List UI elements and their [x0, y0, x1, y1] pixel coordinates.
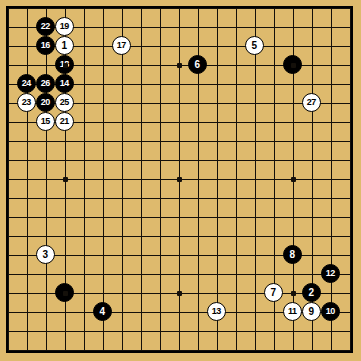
- intersection-T4[interactable]: [341, 284, 360, 303]
- intersection-O2[interactable]: [246, 322, 265, 341]
- intersection-T15[interactable]: [341, 75, 360, 94]
- intersection-D7[interactable]: [56, 227, 75, 246]
- intersection-H2[interactable]: [132, 322, 151, 341]
- intersection-N17[interactable]: [227, 37, 246, 56]
- intersection-L4[interactable]: [189, 284, 208, 303]
- stone-white-15[interactable]: 15: [36, 112, 55, 131]
- intersection-J1[interactable]: [151, 341, 170, 360]
- stone-white-13[interactable]: 13: [207, 302, 226, 321]
- intersection-C16[interactable]: [37, 56, 56, 75]
- intersection-O12[interactable]: [246, 132, 265, 151]
- intersection-S14[interactable]: [322, 94, 341, 113]
- intersection-G5[interactable]: [113, 265, 132, 284]
- intersection-R18[interactable]: [303, 18, 322, 37]
- stone-white-19[interactable]: 19: [55, 17, 74, 36]
- stone-black-16[interactable]: 16: [36, 36, 55, 55]
- intersection-B10[interactable]: [18, 170, 37, 189]
- intersection-F15[interactable]: [94, 75, 113, 94]
- intersection-D5[interactable]: [56, 265, 75, 284]
- intersection-R15[interactable]: [303, 75, 322, 94]
- intersection-M1[interactable]: [208, 341, 227, 360]
- intersection-T10[interactable]: [341, 170, 360, 189]
- intersection-A2[interactable]: [0, 322, 18, 341]
- intersection-T9[interactable]: [341, 189, 360, 208]
- intersection-B5[interactable]: [18, 265, 37, 284]
- intersection-F12[interactable]: [94, 132, 113, 151]
- intersection-B1[interactable]: [18, 341, 37, 360]
- intersection-L16[interactable]: 6: [189, 56, 208, 75]
- intersection-Q5[interactable]: [284, 265, 303, 284]
- intersection-Q19[interactable]: [284, 0, 303, 18]
- intersection-L5[interactable]: [189, 265, 208, 284]
- intersection-B16[interactable]: [18, 56, 37, 75]
- intersection-S10[interactable]: [322, 170, 341, 189]
- intersection-R16[interactable]: [303, 56, 322, 75]
- intersection-D17[interactable]: 1: [56, 37, 75, 56]
- intersection-T19[interactable]: [341, 0, 360, 18]
- intersection-H8[interactable]: [132, 208, 151, 227]
- intersection-L9[interactable]: [189, 189, 208, 208]
- intersection-G3[interactable]: [113, 303, 132, 322]
- intersection-C18[interactable]: 22: [37, 18, 56, 37]
- intersection-R14[interactable]: 27: [303, 94, 322, 113]
- intersection-E18[interactable]: [75, 18, 94, 37]
- intersection-B3[interactable]: [18, 303, 37, 322]
- intersection-S16[interactable]: [322, 56, 341, 75]
- intersection-J5[interactable]: [151, 265, 170, 284]
- intersection-T11[interactable]: [341, 151, 360, 170]
- intersection-P18[interactable]: [265, 18, 284, 37]
- intersection-A11[interactable]: [0, 151, 18, 170]
- intersection-H16[interactable]: [132, 56, 151, 75]
- intersection-J11[interactable]: [151, 151, 170, 170]
- intersection-E11[interactable]: [75, 151, 94, 170]
- intersection-R19[interactable]: [303, 0, 322, 18]
- intersection-L13[interactable]: [189, 113, 208, 132]
- intersection-M8[interactable]: [208, 208, 227, 227]
- intersection-R9[interactable]: [303, 189, 322, 208]
- intersection-O18[interactable]: [246, 18, 265, 37]
- intersection-K17[interactable]: [170, 37, 189, 56]
- intersection-K13[interactable]: [170, 113, 189, 132]
- intersection-S17[interactable]: [322, 37, 341, 56]
- stone-black-20[interactable]: 20: [36, 93, 55, 112]
- intersection-K11[interactable]: [170, 151, 189, 170]
- intersection-E6[interactable]: [75, 246, 94, 265]
- intersection-R4[interactable]: 2: [303, 284, 322, 303]
- intersection-C15[interactable]: 26: [37, 75, 56, 94]
- intersection-G6[interactable]: [113, 246, 132, 265]
- intersection-N4[interactable]: [227, 284, 246, 303]
- intersection-G2[interactable]: [113, 322, 132, 341]
- stone-black-10[interactable]: 10: [321, 302, 340, 321]
- intersection-F14[interactable]: [94, 94, 113, 113]
- intersection-P15[interactable]: [265, 75, 284, 94]
- intersection-P4[interactable]: 7: [265, 284, 284, 303]
- intersection-M12[interactable]: [208, 132, 227, 151]
- intersection-E12[interactable]: [75, 132, 94, 151]
- intersection-L10[interactable]: [189, 170, 208, 189]
- intersection-O10[interactable]: [246, 170, 265, 189]
- intersection-E8[interactable]: [75, 208, 94, 227]
- intersection-P16[interactable]: [265, 56, 284, 75]
- intersection-K19[interactable]: [170, 0, 189, 18]
- intersection-F7[interactable]: [94, 227, 113, 246]
- intersection-L12[interactable]: [189, 132, 208, 151]
- intersection-L2[interactable]: [189, 322, 208, 341]
- intersection-D8[interactable]: [56, 208, 75, 227]
- intersection-R5[interactable]: [303, 265, 322, 284]
- stone-black-26[interactable]: 26: [36, 74, 55, 93]
- intersection-P1[interactable]: [265, 341, 284, 360]
- intersection-S8[interactable]: [322, 208, 341, 227]
- intersection-O19[interactable]: [246, 0, 265, 18]
- intersection-J9[interactable]: [151, 189, 170, 208]
- intersection-C3[interactable]: [37, 303, 56, 322]
- intersection-L17[interactable]: [189, 37, 208, 56]
- intersection-S18[interactable]: [322, 18, 341, 37]
- stone-black-14[interactable]: 14: [55, 74, 74, 93]
- intersection-O11[interactable]: [246, 151, 265, 170]
- intersection-C10[interactable]: [37, 170, 56, 189]
- intersection-S7[interactable]: [322, 227, 341, 246]
- intersection-D9[interactable]: [56, 189, 75, 208]
- intersection-J17[interactable]: [151, 37, 170, 56]
- intersection-R1[interactable]: [303, 341, 322, 360]
- intersection-A14[interactable]: [0, 94, 18, 113]
- intersection-N1[interactable]: [227, 341, 246, 360]
- intersection-N10[interactable]: [227, 170, 246, 189]
- intersection-M18[interactable]: [208, 18, 227, 37]
- intersection-M13[interactable]: [208, 113, 227, 132]
- intersection-G14[interactable]: [113, 94, 132, 113]
- intersection-P2[interactable]: [265, 322, 284, 341]
- intersection-T6[interactable]: [341, 246, 360, 265]
- intersection-O1[interactable]: [246, 341, 265, 360]
- intersection-F8[interactable]: [94, 208, 113, 227]
- intersection-G13[interactable]: [113, 113, 132, 132]
- intersection-G1[interactable]: [113, 341, 132, 360]
- intersection-E13[interactable]: [75, 113, 94, 132]
- intersection-T1[interactable]: [341, 341, 360, 360]
- intersection-Q18[interactable]: [284, 18, 303, 37]
- intersection-N7[interactable]: [227, 227, 246, 246]
- intersection-Q2[interactable]: [284, 322, 303, 341]
- intersection-M10[interactable]: [208, 170, 227, 189]
- intersection-K18[interactable]: [170, 18, 189, 37]
- intersection-E10[interactable]: [75, 170, 94, 189]
- intersection-N2[interactable]: [227, 322, 246, 341]
- intersection-B2[interactable]: [18, 322, 37, 341]
- intersection-N12[interactable]: [227, 132, 246, 151]
- intersection-C2[interactable]: [37, 322, 56, 341]
- intersection-A17[interactable]: [0, 37, 18, 56]
- intersection-A6[interactable]: [0, 246, 18, 265]
- intersection-C1[interactable]: [37, 341, 56, 360]
- intersection-A12[interactable]: [0, 132, 18, 151]
- intersection-H1[interactable]: [132, 341, 151, 360]
- intersection-C19[interactable]: [37, 0, 56, 18]
- intersection-B13[interactable]: [18, 113, 37, 132]
- intersection-P8[interactable]: [265, 208, 284, 227]
- intersection-L6[interactable]: [189, 246, 208, 265]
- intersection-B9[interactable]: [18, 189, 37, 208]
- intersection-E1[interactable]: [75, 341, 94, 360]
- intersection-E9[interactable]: [75, 189, 94, 208]
- stone-white-7[interactable]: 7: [264, 283, 283, 302]
- intersection-C7[interactable]: [37, 227, 56, 246]
- intersection-L1[interactable]: [189, 341, 208, 360]
- intersection-D15[interactable]: 14: [56, 75, 75, 94]
- intersection-O5[interactable]: [246, 265, 265, 284]
- intersection-T12[interactable]: [341, 132, 360, 151]
- intersection-J10[interactable]: [151, 170, 170, 189]
- intersection-J14[interactable]: [151, 94, 170, 113]
- intersection-L14[interactable]: [189, 94, 208, 113]
- intersection-P13[interactable]: [265, 113, 284, 132]
- intersection-B6[interactable]: [18, 246, 37, 265]
- intersection-Q9[interactable]: [284, 189, 303, 208]
- intersection-D12[interactable]: [56, 132, 75, 151]
- intersection-O8[interactable]: [246, 208, 265, 227]
- intersection-J18[interactable]: [151, 18, 170, 37]
- intersection-B4[interactable]: [18, 284, 37, 303]
- intersection-P17[interactable]: [265, 37, 284, 56]
- intersection-P14[interactable]: [265, 94, 284, 113]
- intersection-G7[interactable]: [113, 227, 132, 246]
- intersection-L19[interactable]: [189, 0, 208, 18]
- intersection-E7[interactable]: [75, 227, 94, 246]
- intersection-S19[interactable]: [322, 0, 341, 18]
- stone-black-4[interactable]: 4: [93, 302, 112, 321]
- intersection-M11[interactable]: [208, 151, 227, 170]
- intersection-T7[interactable]: [341, 227, 360, 246]
- intersection-S2[interactable]: [322, 322, 341, 341]
- intersection-B11[interactable]: [18, 151, 37, 170]
- intersection-M7[interactable]: [208, 227, 227, 246]
- intersection-G4[interactable]: [113, 284, 132, 303]
- intersection-A10[interactable]: [0, 170, 18, 189]
- intersection-E14[interactable]: [75, 94, 94, 113]
- intersection-O16[interactable]: [246, 56, 265, 75]
- intersection-D13[interactable]: 21: [56, 113, 75, 132]
- intersection-M9[interactable]: [208, 189, 227, 208]
- intersection-B14[interactable]: 23: [18, 94, 37, 113]
- intersection-C12[interactable]: [37, 132, 56, 151]
- intersection-E15[interactable]: [75, 75, 94, 94]
- intersection-K9[interactable]: [170, 189, 189, 208]
- intersection-Q11[interactable]: [284, 151, 303, 170]
- intersection-R8[interactable]: [303, 208, 322, 227]
- intersection-F10[interactable]: [94, 170, 113, 189]
- intersection-N5[interactable]: [227, 265, 246, 284]
- stone-black-8[interactable]: 8: [283, 245, 302, 264]
- intersection-F13[interactable]: [94, 113, 113, 132]
- intersection-Q3[interactable]: 11: [284, 303, 303, 322]
- intersection-D1[interactable]: [56, 341, 75, 360]
- intersection-T16[interactable]: [341, 56, 360, 75]
- intersection-S12[interactable]: [322, 132, 341, 151]
- intersection-O9[interactable]: [246, 189, 265, 208]
- intersection-A4[interactable]: [0, 284, 18, 303]
- intersection-J8[interactable]: [151, 208, 170, 227]
- stone-black-22[interactable]: 22: [36, 17, 55, 36]
- intersection-D14[interactable]: 25: [56, 94, 75, 113]
- intersection-Q7[interactable]: [284, 227, 303, 246]
- stone-black-6[interactable]: 6: [188, 55, 207, 74]
- intersection-F4[interactable]: [94, 284, 113, 303]
- intersection-T13[interactable]: [341, 113, 360, 132]
- intersection-P11[interactable]: [265, 151, 284, 170]
- intersection-K7[interactable]: [170, 227, 189, 246]
- intersection-D3[interactable]: [56, 303, 75, 322]
- intersection-M17[interactable]: [208, 37, 227, 56]
- intersection-N16[interactable]: [227, 56, 246, 75]
- intersection-S3[interactable]: 10: [322, 303, 341, 322]
- intersection-J2[interactable]: [151, 322, 170, 341]
- stone-white-27[interactable]: 27: [302, 93, 321, 112]
- intersection-J19[interactable]: [151, 0, 170, 18]
- intersection-M5[interactable]: [208, 265, 227, 284]
- intersection-A3[interactable]: [0, 303, 18, 322]
- intersection-G16[interactable]: [113, 56, 132, 75]
- intersection-D18[interactable]: 19: [56, 18, 75, 37]
- intersection-T14[interactable]: [341, 94, 360, 113]
- intersection-L3[interactable]: [189, 303, 208, 322]
- intersection-Q12[interactable]: [284, 132, 303, 151]
- intersection-N14[interactable]: [227, 94, 246, 113]
- intersection-H12[interactable]: [132, 132, 151, 151]
- intersection-O14[interactable]: [246, 94, 265, 113]
- intersection-E3[interactable]: [75, 303, 94, 322]
- intersection-L18[interactable]: [189, 18, 208, 37]
- intersection-S11[interactable]: [322, 151, 341, 170]
- intersection-G12[interactable]: [113, 132, 132, 151]
- intersection-F16[interactable]: [94, 56, 113, 75]
- intersection-J12[interactable]: [151, 132, 170, 151]
- intersection-H15[interactable]: [132, 75, 151, 94]
- stone-white-11[interactable]: 11: [283, 302, 302, 321]
- stone-white-9[interactable]: 9: [302, 302, 321, 321]
- intersection-D11[interactable]: [56, 151, 75, 170]
- intersection-K3[interactable]: [170, 303, 189, 322]
- intersection-N6[interactable]: [227, 246, 246, 265]
- intersection-F9[interactable]: [94, 189, 113, 208]
- intersection-F3[interactable]: 4: [94, 303, 113, 322]
- intersection-C8[interactable]: [37, 208, 56, 227]
- intersection-T8[interactable]: [341, 208, 360, 227]
- intersection-H5[interactable]: [132, 265, 151, 284]
- intersection-O6[interactable]: [246, 246, 265, 265]
- intersection-N8[interactable]: [227, 208, 246, 227]
- intersection-M3[interactable]: 13: [208, 303, 227, 322]
- intersection-N13[interactable]: [227, 113, 246, 132]
- intersection-Q8[interactable]: [284, 208, 303, 227]
- stone-white-21[interactable]: 21: [55, 112, 74, 131]
- intersection-M19[interactable]: [208, 0, 227, 18]
- intersection-J4[interactable]: [151, 284, 170, 303]
- intersection-G15[interactable]: [113, 75, 132, 94]
- intersection-K15[interactable]: [170, 75, 189, 94]
- intersection-R13[interactable]: [303, 113, 322, 132]
- intersection-F5[interactable]: [94, 265, 113, 284]
- intersection-E5[interactable]: [75, 265, 94, 284]
- intersection-P9[interactable]: [265, 189, 284, 208]
- intersection-Q13[interactable]: [284, 113, 303, 132]
- intersection-T5[interactable]: [341, 265, 360, 284]
- intersection-F1[interactable]: [94, 341, 113, 360]
- intersection-J3[interactable]: [151, 303, 170, 322]
- intersection-N19[interactable]: [227, 0, 246, 18]
- intersection-N9[interactable]: [227, 189, 246, 208]
- intersection-G17[interactable]: 17: [113, 37, 132, 56]
- intersection-O15[interactable]: [246, 75, 265, 94]
- intersection-G19[interactable]: [113, 0, 132, 18]
- intersection-H13[interactable]: [132, 113, 151, 132]
- intersection-K1[interactable]: [170, 341, 189, 360]
- intersection-M16[interactable]: [208, 56, 227, 75]
- stone-black-12[interactable]: 12: [321, 264, 340, 283]
- intersection-A8[interactable]: [0, 208, 18, 227]
- intersection-T3[interactable]: [341, 303, 360, 322]
- intersection-S6[interactable]: [322, 246, 341, 265]
- intersection-E4[interactable]: [75, 284, 94, 303]
- intersection-A16[interactable]: [0, 56, 18, 75]
- intersection-C9[interactable]: [37, 189, 56, 208]
- intersection-S1[interactable]: [322, 341, 341, 360]
- intersection-L15[interactable]: [189, 75, 208, 94]
- intersection-P12[interactable]: [265, 132, 284, 151]
- intersection-S5[interactable]: 12: [322, 265, 341, 284]
- intersection-O3[interactable]: [246, 303, 265, 322]
- intersection-B15[interactable]: 24: [18, 75, 37, 94]
- intersection-P3[interactable]: [265, 303, 284, 322]
- intersection-H7[interactable]: [132, 227, 151, 246]
- intersection-K8[interactable]: [170, 208, 189, 227]
- intersection-F11[interactable]: [94, 151, 113, 170]
- intersection-N3[interactable]: [227, 303, 246, 322]
- intersection-Q15[interactable]: [284, 75, 303, 94]
- intersection-G18[interactable]: [113, 18, 132, 37]
- intersection-B8[interactable]: [18, 208, 37, 227]
- intersection-B19[interactable]: [18, 0, 37, 18]
- stone-white-17[interactable]: 17: [112, 36, 131, 55]
- intersection-R2[interactable]: [303, 322, 322, 341]
- intersection-E16[interactable]: [75, 56, 94, 75]
- intersection-B7[interactable]: [18, 227, 37, 246]
- intersection-A13[interactable]: [0, 113, 18, 132]
- intersection-N11[interactable]: [227, 151, 246, 170]
- intersection-L8[interactable]: [189, 208, 208, 227]
- intersection-L11[interactable]: [189, 151, 208, 170]
- intersection-M6[interactable]: [208, 246, 227, 265]
- intersection-C4[interactable]: [37, 284, 56, 303]
- intersection-S13[interactable]: [322, 113, 341, 132]
- intersection-T17[interactable]: [341, 37, 360, 56]
- intersection-K14[interactable]: [170, 94, 189, 113]
- intersection-E19[interactable]: [75, 0, 94, 18]
- intersection-A18[interactable]: [0, 18, 18, 37]
- intersection-P10[interactable]: [265, 170, 284, 189]
- intersection-H19[interactable]: [132, 0, 151, 18]
- intersection-D19[interactable]: [56, 0, 75, 18]
- intersection-C14[interactable]: 20: [37, 94, 56, 113]
- intersection-K5[interactable]: [170, 265, 189, 284]
- intersection-D2[interactable]: [56, 322, 75, 341]
- intersection-M15[interactable]: [208, 75, 227, 94]
- stone-white-5[interactable]: 5: [245, 36, 264, 55]
- intersection-A19[interactable]: [0, 0, 18, 18]
